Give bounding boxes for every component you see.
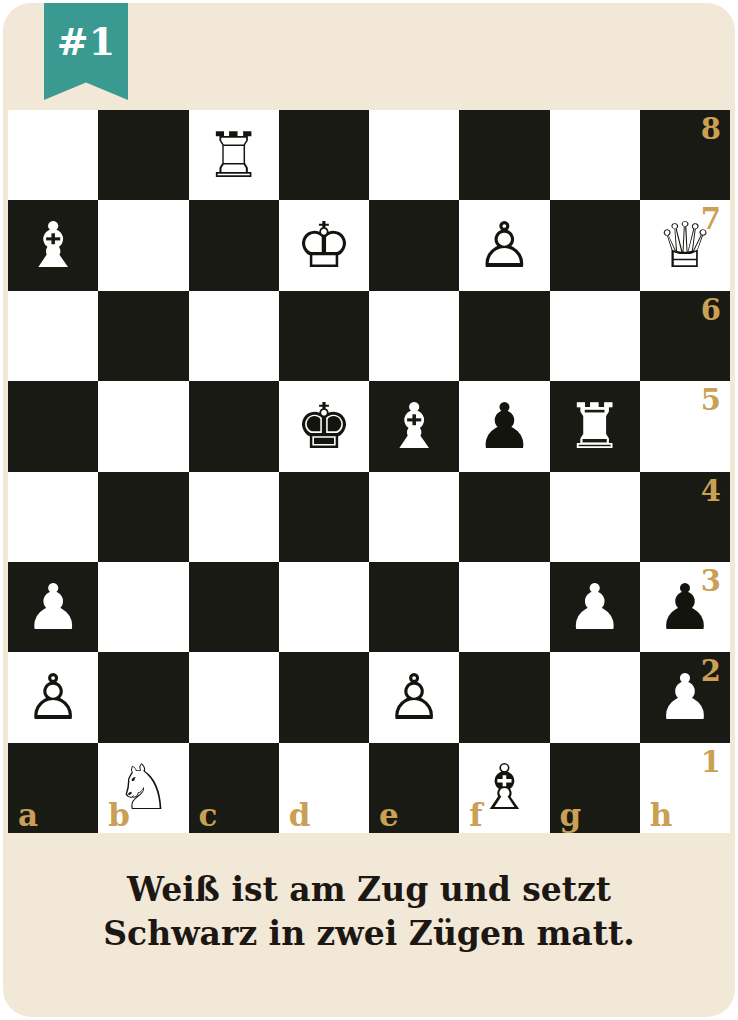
square-b5 — [98, 381, 188, 471]
white-king-d7: ♔ — [296, 214, 352, 277]
white-pawn-f7: ♙ — [476, 214, 532, 277]
white-pawn-a2: ♙ — [25, 666, 81, 729]
file-label-h: h — [650, 800, 673, 831]
square-d3 — [279, 562, 369, 652]
caption-line-1: Weiß ist am Zug und setzt — [0, 868, 738, 912]
square-g3: ♟ — [550, 562, 640, 652]
square-f3 — [459, 562, 549, 652]
square-f7: ♙ — [459, 200, 549, 290]
white-pawn-e2: ♙ — [386, 666, 442, 729]
square-a1: a — [8, 743, 98, 833]
file-label-g: g — [560, 800, 582, 831]
square-g4 — [550, 472, 640, 562]
chess-board: ♖8♝♔♙♕76♚♝♟♜54♟♟♟3♙♙♟2a♘bcde♗fgh1 — [8, 110, 730, 833]
file-label-a: a — [18, 800, 38, 831]
square-b2 — [98, 652, 188, 742]
square-h7: ♕7 — [640, 200, 730, 290]
file-label-e: e — [379, 800, 399, 831]
file-label-c: c — [199, 800, 218, 831]
square-e4 — [369, 472, 459, 562]
square-g2 — [550, 652, 640, 742]
square-g7 — [550, 200, 640, 290]
square-h6: 6 — [640, 291, 730, 381]
square-d8 — [279, 110, 369, 200]
square-f5: ♟ — [459, 381, 549, 471]
square-e6 — [369, 291, 459, 381]
square-e2: ♙ — [369, 652, 459, 742]
caption-line-2: Schwarz in zwei Zügen matt. — [0, 912, 738, 956]
square-f1: ♗f — [459, 743, 549, 833]
square-a8 — [8, 110, 98, 200]
square-a6 — [8, 291, 98, 381]
square-h2: ♟2 — [640, 652, 730, 742]
square-c1: c — [189, 743, 279, 833]
black-king-d5: ♚ — [296, 395, 352, 458]
puzzle-caption: Weiß ist am Zug und setzt Schwarz in zwe… — [0, 868, 738, 955]
rank-label-5: 5 — [701, 386, 721, 415]
square-b6 — [98, 291, 188, 381]
square-g6 — [550, 291, 640, 381]
square-h4: 4 — [640, 472, 730, 562]
rank-label-1: 1 — [701, 748, 721, 777]
rank-label-3: 3 — [701, 567, 721, 596]
square-d4 — [279, 472, 369, 562]
rank-label-7: 7 — [701, 205, 721, 234]
square-a3: ♟ — [8, 562, 98, 652]
file-label-d: d — [289, 800, 311, 831]
square-h3: ♟3 — [640, 562, 730, 652]
square-d6 — [279, 291, 369, 381]
square-a5 — [8, 381, 98, 471]
square-h5: 5 — [640, 381, 730, 471]
square-h1: h1 — [640, 743, 730, 833]
square-a2: ♙ — [8, 652, 98, 742]
square-f2 — [459, 652, 549, 742]
square-f8 — [459, 110, 549, 200]
white-rook-c8: ♖ — [205, 124, 261, 187]
square-b7 — [98, 200, 188, 290]
square-d1: d — [279, 743, 369, 833]
white-rook-g5: ♜ — [566, 395, 622, 458]
square-e8 — [369, 110, 459, 200]
white-pawn-a3: ♟ — [25, 576, 81, 639]
square-d5: ♚ — [279, 381, 369, 471]
puzzle-number-label: #1 — [57, 19, 115, 64]
square-c4 — [189, 472, 279, 562]
square-c7 — [189, 200, 279, 290]
square-g8 — [550, 110, 640, 200]
square-a7: ♝ — [8, 200, 98, 290]
square-f4 — [459, 472, 549, 562]
square-g1: g — [550, 743, 640, 833]
square-b1: ♘b — [98, 743, 188, 833]
square-e7 — [369, 200, 459, 290]
rank-label-6: 6 — [701, 296, 721, 325]
square-c5 — [189, 381, 279, 471]
square-e1: e — [369, 743, 459, 833]
square-c8: ♖ — [189, 110, 279, 200]
square-f6 — [459, 291, 549, 381]
square-b8 — [98, 110, 188, 200]
file-label-b: b — [108, 800, 130, 831]
white-bishop-e5: ♝ — [386, 395, 442, 458]
square-c2 — [189, 652, 279, 742]
white-bishop-a7: ♝ — [25, 214, 81, 277]
white-pawn-g3: ♟ — [566, 576, 622, 639]
square-a4 — [8, 472, 98, 562]
square-c3 — [189, 562, 279, 652]
rank-label-2: 2 — [701, 657, 721, 686]
white-bishop-f1: ♗ — [476, 756, 532, 819]
square-e5: ♝ — [369, 381, 459, 471]
square-g5: ♜ — [550, 381, 640, 471]
square-b3 — [98, 562, 188, 652]
square-e3 — [369, 562, 459, 652]
black-pawn-f5: ♟ — [476, 395, 532, 458]
square-b4 — [98, 472, 188, 562]
rank-label-8: 8 — [701, 115, 721, 144]
square-d2 — [279, 652, 369, 742]
square-d7: ♔ — [279, 200, 369, 290]
square-c6 — [189, 291, 279, 381]
rank-label-4: 4 — [701, 477, 721, 506]
file-label-f: f — [469, 800, 482, 831]
square-h8: 8 — [640, 110, 730, 200]
